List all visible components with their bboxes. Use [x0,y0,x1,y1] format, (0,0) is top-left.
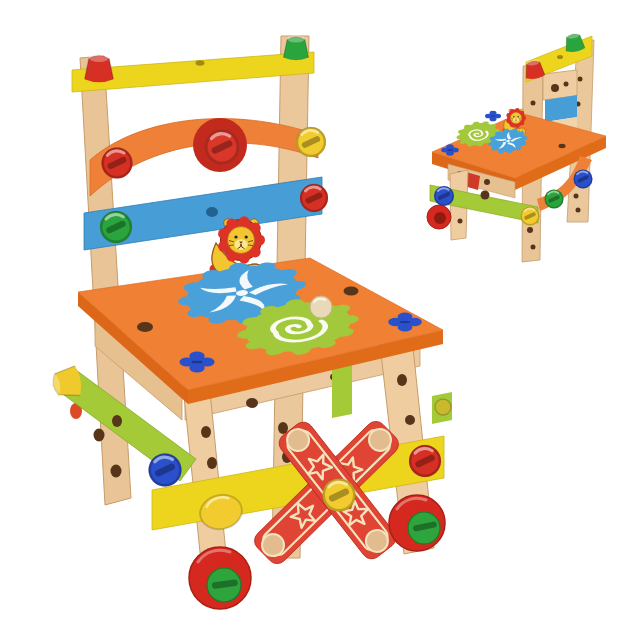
peg-hole [574,194,579,199]
seat-hole [137,322,153,332]
red-bolt [300,184,328,212]
peg-hole [397,374,407,386]
green-bolt [545,190,564,209]
bar-hole [206,207,218,217]
green-bolt [100,211,132,243]
blue-bolt [434,186,454,206]
yellow-cap-bolt [49,365,83,400]
bar-hole [196,60,205,66]
wheel-right [389,495,445,551]
peg-hole [201,426,211,438]
peg-hole [578,77,583,82]
peg-hole [531,101,536,106]
peg-hole [527,227,533,233]
main-chair [49,35,452,609]
blue-flower-bolt [485,111,501,122]
seat-hole [344,287,359,296]
blue-bolt [149,454,182,487]
peg-hole [531,245,536,250]
peg-hole [111,465,122,478]
peg-hole [94,429,105,442]
red-bolt [409,445,441,477]
toy-chair-illustration [0,0,640,640]
yellow-bolt [521,207,540,226]
bar-hole [481,191,490,200]
yellow-center-bolt [323,479,356,512]
yellow-bolt [296,127,326,157]
green-cap-bolt [283,35,308,60]
peg-hole [207,457,217,469]
wheel-left [189,547,251,609]
product-photo [0,0,640,640]
red-cap-bolt [85,54,114,82]
wheel-small [427,205,451,229]
peg-hole [246,398,258,408]
peg-hole [405,415,415,425]
side-brace-glimpse [332,364,352,418]
olive-bolt [435,399,451,415]
back-block-small [543,70,577,100]
large-red-bolt [205,130,239,164]
ball-knob [310,296,332,318]
secondary-chair [427,31,606,262]
red-bolt [102,148,133,179]
right-brace-end [432,392,452,424]
peg-hole [112,415,122,427]
peg-hole [576,208,581,213]
blue-bolt [574,170,593,189]
seat-hole [559,144,566,148]
